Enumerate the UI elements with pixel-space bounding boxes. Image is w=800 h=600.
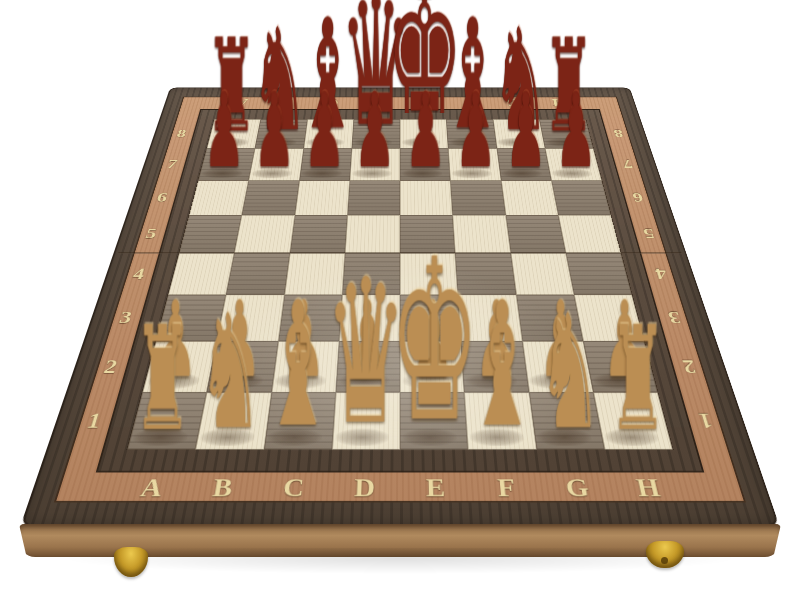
piece-red-pawn-g7[interactable]: ♟ (505, 81, 547, 179)
piece-oak-knight-g1[interactable]: ♞ (538, 297, 602, 447)
piece-red-pawn-f7[interactable]: ♟ (455, 81, 497, 179)
square-c7[interactable]: ♟ (299, 149, 352, 181)
square-h5[interactable] (558, 215, 621, 253)
board-squares: ♜♞♝♛♚♝♞♜♟♟♟♟♟♟♟♟♟♟♟♟♟♟♟♟♜♞♝♛♚♝♞♜ (126, 119, 674, 450)
chess-set-photo: ♜♞♝♛♚♝♞♜♟♟♟♟♟♟♟♟♟♟♟♟♟♟♟♟♜♞♝♛♚♝♞♜ ABCDEFG… (0, 0, 800, 600)
square-g1[interactable]: ♞ (529, 392, 605, 449)
chess-board: ♜♞♝♛♚♝♞♜♟♟♟♟♟♟♟♟♟♟♟♟♟♟♟♟♜♞♝♛♚♝♞♜ ABCDEFG… (20, 87, 780, 527)
square-h1[interactable]: ♜ (593, 392, 672, 449)
square-e1[interactable]: ♚ (400, 392, 468, 449)
square-g7[interactable]: ♟ (497, 149, 552, 181)
square-h7[interactable]: ♟ (545, 149, 602, 181)
square-e7[interactable]: ♟ (400, 149, 450, 181)
piece-red-pawn-h7[interactable]: ♟ (555, 81, 597, 179)
square-b5[interactable] (234, 215, 294, 253)
piece-oak-rook-a1[interactable]: ♜ (133, 310, 191, 447)
piece-oak-knight-b1[interactable]: ♞ (198, 297, 262, 447)
piece-oak-bishop-c1[interactable]: ♝ (263, 284, 332, 447)
square-b1[interactable]: ♞ (196, 392, 272, 449)
piece-red-pawn-d7[interactable]: ♟ (354, 81, 396, 179)
latch-hole (661, 557, 668, 564)
square-a5[interactable] (179, 215, 242, 253)
square-b7[interactable]: ♟ (249, 149, 304, 181)
square-d1[interactable]: ♛ (332, 392, 400, 449)
piece-oak-rook-h1[interactable]: ♜ (609, 310, 667, 447)
square-g5[interactable] (505, 215, 565, 253)
square-d7[interactable]: ♟ (350, 149, 400, 181)
piece-red-pawn-e7[interactable]: ♟ (404, 81, 446, 179)
square-a1[interactable]: ♜ (127, 392, 206, 449)
piece-red-pawn-c7[interactable]: ♟ (304, 81, 346, 179)
ground-shadow (60, 548, 740, 574)
piece-oak-queen-d1[interactable]: ♛ (326, 258, 407, 448)
square-f7[interactable]: ♟ (448, 149, 501, 181)
piece-red-pawn-b7[interactable]: ♟ (253, 81, 295, 179)
piece-red-pawn-a7[interactable]: ♟ (203, 81, 245, 179)
square-a7[interactable]: ♟ (198, 149, 255, 181)
